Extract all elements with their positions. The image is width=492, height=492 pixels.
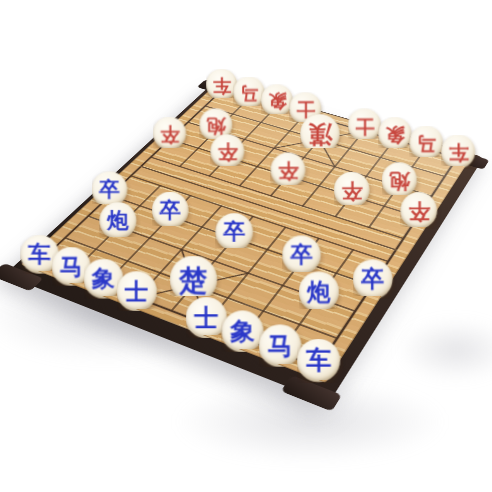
piece-glyph: 炮 [107,210,129,232]
piece-red-chariot[interactable]: 车 [441,135,475,169]
piece-red-soldier[interactable]: 卒 [210,134,244,168]
piece-red-elephant[interactable]: 象 [261,84,293,116]
piece-glyph: 卒 [159,199,180,220]
piece-glyph: 马 [416,133,436,153]
piece-glyph: 楚 [179,264,208,293]
piece-glyph: 象 [92,267,115,290]
piece-glyph: 卒 [223,221,245,243]
piece-glyph: 象 [230,319,255,344]
piece-red-elephant[interactable]: 象 [378,117,411,150]
piece-glyph: 车 [28,243,51,266]
piece-glyph: 马 [240,83,258,101]
piece-glyph: 卒 [408,200,429,221]
piece-blue-horse[interactable]: 马 [259,324,302,367]
board-plane: 车马象士士象马车漢炮炮卒卒卒卒卒卒卒卒卒卒炮炮楚车马象士士象马车 [21,82,473,382]
piece-glyph: 士 [355,115,374,134]
piece-blue-soldier[interactable]: 卒 [282,235,321,274]
piece-glyph: 卒 [217,141,237,161]
piece-glyph: 士 [194,306,218,330]
board-surface: 车马象士士象马车漢炮炮卒卒卒卒卒卒卒卒卒卒炮炮楚车马象士士象马车 [21,82,473,382]
piece-blue-elephant[interactable]: 象 [221,310,263,352]
piece-red-chariot[interactable]: 车 [206,69,237,100]
piece-glyph: 马 [60,255,83,278]
piece-blue-advisor[interactable]: 士 [117,271,157,311]
piece-glyph: 炮 [389,170,410,191]
piece-glyph: 马 [267,333,292,358]
piece-blue-cannon[interactable]: 炮 [299,271,339,311]
piece-glyph: 卒 [160,124,179,143]
board-scene: 车马象士士象马车漢炮炮卒卒卒卒卒卒卒卒卒卒炮炮楚车马象士士象马车 [46,0,478,422]
piece-red-general[interactable]: 漢 [300,114,340,154]
piece-glyph: 炮 [307,280,330,303]
piece-glyph: 卒 [278,160,298,180]
piece-glyph: 象 [385,124,404,143]
piece-glyph: 卒 [99,179,120,200]
piece-red-horse[interactable]: 马 [233,77,264,108]
piece-red-soldier[interactable]: 卒 [153,117,186,150]
piece-glyph: 炮 [206,115,225,134]
piece-glyph: 车 [448,142,468,162]
piece-glyph: 车 [306,348,331,373]
piece-glyph: 卒 [290,244,313,267]
piece-glyph: 车 [213,75,231,93]
piece-glyph: 漢 [308,121,332,145]
piece-red-soldier[interactable]: 卒 [334,172,370,208]
piece-blue-general[interactable]: 楚 [169,255,216,302]
piece-glyph: 象 [267,91,286,110]
piece-red-horse[interactable]: 马 [409,126,443,160]
piece-blue-soldier[interactable]: 卒 [152,192,189,229]
piece-blue-cannon[interactable]: 炮 [99,202,136,239]
piece-glyph: 卒 [361,268,384,291]
piece-glyph: 士 [125,279,148,302]
piece-glyph: 卒 [341,179,362,200]
photo-stage: 车马象士士象马车漢炮炮卒卒卒卒卒卒卒卒卒卒炮炮楚车马象士士象马车 [0,0,492,492]
piece-red-soldier[interactable]: 卒 [400,192,437,229]
pieces-layer: 车马象士士象马车漢炮炮卒卒卒卒卒卒卒卒卒卒炮炮楚车马象士士象马车 [13,79,480,390]
piece-blue-chariot[interactable]: 车 [297,339,340,382]
